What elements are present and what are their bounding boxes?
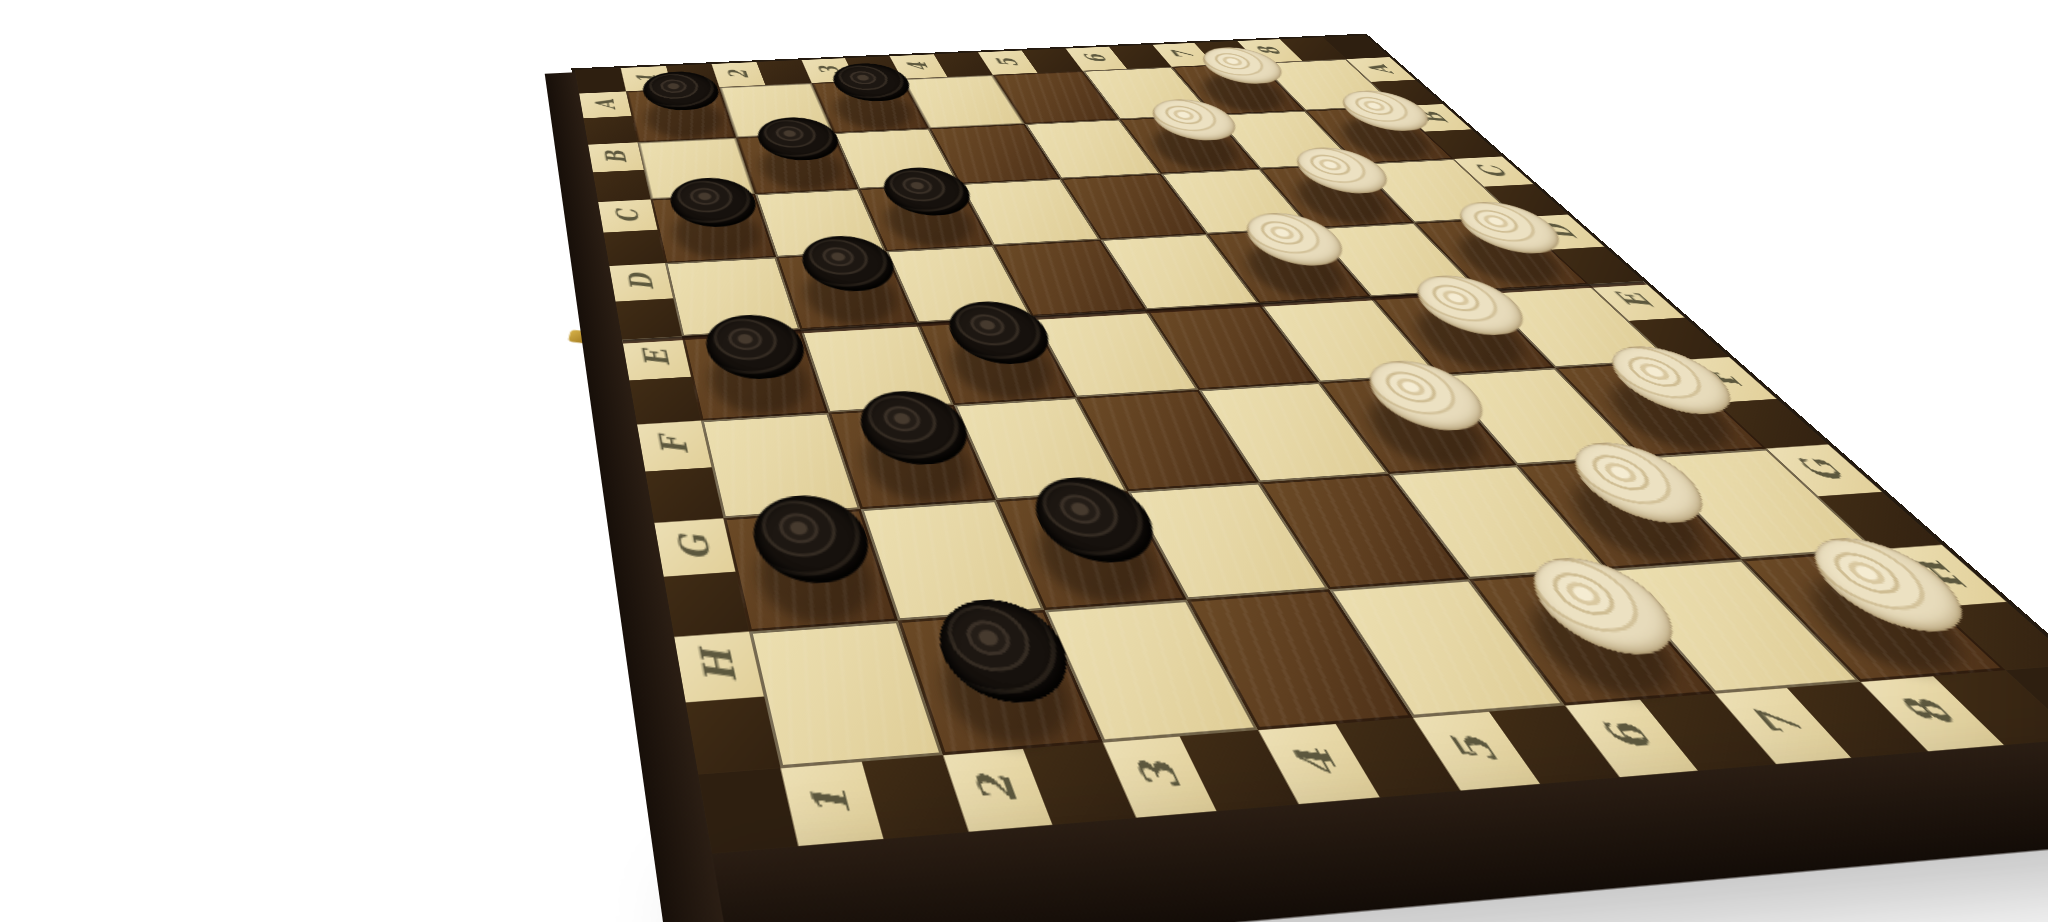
row-label-H-left: H — [674, 632, 764, 703]
board-3d-scene: 12345678 12345678 ABCDEFGH ABCDEFGH — [575, 35, 2048, 853]
border-spacer — [583, 116, 637, 144]
row-label-A-right: A — [1346, 57, 1415, 82]
row-label-D-left: D — [609, 263, 673, 302]
border-spacer — [593, 170, 651, 202]
row-label-text: A — [579, 91, 631, 118]
checkers-board: 12345678 12345678 ABCDEFGH ABCDEFGH — [575, 35, 2048, 853]
row-label-B-left: B — [588, 142, 644, 172]
row-label-text: E — [622, 336, 691, 380]
border-spacer — [604, 230, 666, 266]
square-A3[interactable] — [811, 79, 929, 133]
square-H1[interactable] — [749, 621, 942, 768]
row-label-A-left: A — [579, 91, 632, 118]
square-A1[interactable] — [626, 87, 736, 142]
square-E3[interactable] — [917, 316, 1077, 404]
play-area — [626, 59, 2006, 768]
photo-canvas: 12345678 12345678 ABCDEFGH ABCDEFGH — [0, 0, 2048, 922]
border-spacer — [629, 377, 701, 424]
row-label-G-left: G — [654, 518, 736, 578]
row-label-text: B — [588, 142, 644, 172]
row-label-C-left: C — [598, 199, 658, 233]
row-label-text: H — [674, 632, 764, 703]
col-label-2-top: 2 — [711, 62, 765, 87]
border-spacer — [616, 299, 682, 340]
border-spacer — [645, 467, 723, 522]
row-label-F-left: F — [637, 420, 712, 471]
square-C1[interactable] — [651, 194, 776, 263]
row-label-text: C — [598, 199, 658, 233]
row-label-text: F — [637, 420, 712, 471]
col-label-6-top: 6 — [1065, 47, 1126, 71]
row-label-text: G — [654, 518, 736, 578]
col-label-5-top: 5 — [978, 50, 1038, 74]
border-spacer — [664, 572, 750, 637]
border-corner-top-left — [575, 68, 626, 94]
col-label-text: 2 — [711, 62, 765, 87]
row-label-text: D — [609, 263, 673, 302]
row-label-text: A — [1346, 57, 1415, 82]
